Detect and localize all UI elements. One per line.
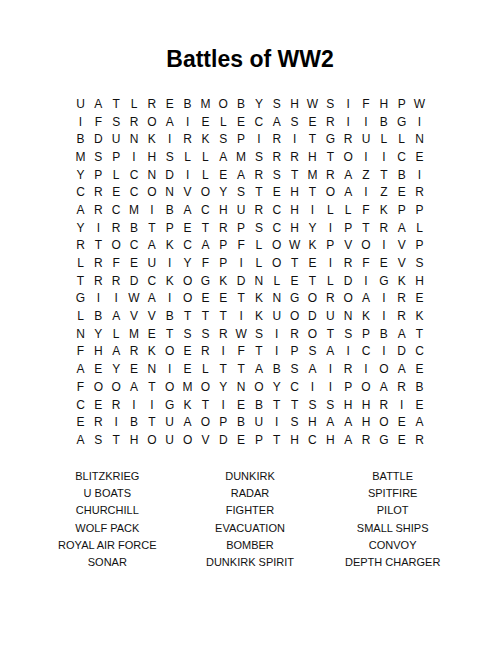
grid-cell-r19c12: I	[268, 413, 286, 431]
grid-cell-r1c8: M	[196, 95, 214, 113]
grid-cell-r14c9: R	[214, 325, 232, 343]
word-item: DUNKIRK SPIRIT	[179, 554, 322, 571]
grid-cell-r17c11: O	[250, 378, 268, 396]
grid-cell-r13c4: V	[125, 307, 143, 325]
grid-cell-r12c2: I	[89, 290, 107, 308]
grid-cell-r10c9: P	[214, 254, 232, 272]
grid-cell-r8c5: T	[143, 219, 161, 237]
word-item: SONAR	[36, 554, 179, 571]
grid-cell-r5c18: T	[375, 166, 393, 184]
grid-cell-r3c6: I	[161, 130, 179, 148]
grid-cell-r4c5: H	[143, 148, 161, 166]
grid-cell-r15c8: R	[196, 343, 214, 361]
grid-cell-r16c8: L	[196, 360, 214, 378]
grid-cell-r7c13: H	[286, 201, 304, 219]
grid-cell-r9c9: P	[214, 237, 232, 255]
grid-cell-r1c15: S	[321, 95, 339, 113]
grid-cell-r15c15: A	[321, 343, 339, 361]
grid-cell-r7c12: C	[268, 201, 286, 219]
grid-cell-r17c14: I	[304, 378, 322, 396]
grid-cell-r6c1: C	[72, 183, 90, 201]
grid-cell-r6c20: R	[411, 183, 429, 201]
grid-cell-r7c7: A	[179, 201, 197, 219]
grid-cell-r12c11: K	[250, 290, 268, 308]
grid-cell-r19c10: B	[232, 413, 250, 431]
grid-cell-r14c20: T	[411, 325, 429, 343]
grid-cell-r6c10: S	[232, 183, 250, 201]
grid-cell-r18c2: E	[89, 396, 107, 414]
grid-cell-r8c14: Y	[304, 219, 322, 237]
grid-cell-r6c3: E	[107, 183, 125, 201]
grid-cell-r15c10: F	[232, 343, 250, 361]
grid-cell-r1c19: P	[393, 95, 411, 113]
grid-cell-r4c15: T	[321, 148, 339, 166]
grid-cell-r16c17: I	[357, 360, 375, 378]
grid-cell-r20c17: R	[357, 431, 375, 449]
grid-cell-r8c17: T	[357, 219, 375, 237]
grid-cell-r16c16: R	[339, 360, 357, 378]
grid-cell-r18c13: T	[286, 396, 304, 414]
grid-cell-r12c7: O	[179, 290, 197, 308]
grid-cell-r20c15: H	[321, 431, 339, 449]
grid-cell-r10c5: U	[143, 254, 161, 272]
grid-cell-r15c12: I	[268, 343, 286, 361]
grid-cell-r14c7: S	[179, 325, 197, 343]
grid-cell-r15c7: E	[179, 343, 197, 361]
grid-cell-r9c12: O	[268, 237, 286, 255]
grid-cell-r1c20: W	[411, 95, 429, 113]
grid-cell-r19c9: P	[214, 413, 232, 431]
grid-cell-r5c6: D	[161, 166, 179, 184]
grid-cell-r2c6: A	[161, 113, 179, 131]
grid-cell-r3c14: T	[304, 130, 322, 148]
grid-cell-r16c9: T	[214, 360, 232, 378]
grid-cell-r8c1: Y	[72, 219, 90, 237]
grid-cell-r6c13: H	[286, 183, 304, 201]
grid-cell-r4c3: P	[107, 148, 125, 166]
grid-cell-r2c11: C	[250, 113, 268, 131]
grid-cell-r8c8: T	[196, 219, 214, 237]
grid-cell-r11c18: G	[375, 272, 393, 290]
grid-cell-r13c17: K	[357, 307, 375, 325]
grid-cell-r8c15: I	[321, 219, 339, 237]
grid-cell-r16c20: E	[411, 360, 429, 378]
grid-cell-r3c18: L	[375, 130, 393, 148]
grid-cell-r16c18: O	[375, 360, 393, 378]
word-item: CONVOY	[321, 537, 464, 554]
grid-cell-r12c5: A	[143, 290, 161, 308]
grid-cell-r4c13: R	[286, 148, 304, 166]
grid-cell-r2c13: S	[286, 113, 304, 131]
grid-cell-r13c13: O	[286, 307, 304, 325]
grid-cell-r17c7: M	[179, 378, 197, 396]
grid-cell-r17c6: O	[161, 378, 179, 396]
grid-cell-r8c3: R	[107, 219, 125, 237]
grid-cell-r4c7: L	[179, 148, 197, 166]
grid-cell-r17c1: F	[72, 378, 90, 396]
grid-cell-r10c14: E	[304, 254, 322, 272]
grid-cell-r15c13: P	[286, 343, 304, 361]
grid-cell-r5c13: T	[286, 166, 304, 184]
grid-cell-r6c12: E	[268, 183, 286, 201]
grid-cell-r10c4: E	[125, 254, 143, 272]
grid-cell-r2c2: F	[89, 113, 107, 131]
grid-cell-r11c5: C	[143, 272, 161, 290]
grid-cell-r20c2: S	[89, 431, 107, 449]
grid-cell-r19c19: E	[393, 413, 411, 431]
grid-cell-r15c1: F	[72, 343, 90, 361]
grid-cell-r1c17: F	[357, 95, 375, 113]
grid-cell-r2c10: E	[232, 113, 250, 131]
grid-cell-r20c5: O	[143, 431, 161, 449]
grid-cell-r11c9: K	[214, 272, 232, 290]
grid-cell-r2c19: G	[393, 113, 411, 131]
grid-cell-r20c12: T	[268, 431, 286, 449]
grid-cell-r2c1: I	[72, 113, 90, 131]
grid-cell-r7c16: L	[339, 201, 357, 219]
grid-cell-r3c11: I	[250, 130, 268, 148]
grid-cell-r17c12: Y	[268, 378, 286, 396]
grid-cell-r19c1: E	[72, 413, 90, 431]
grid-cell-r2c15: R	[321, 113, 339, 131]
grid-cell-r19c20: A	[411, 413, 429, 431]
grid-cell-r18c10: E	[232, 396, 250, 414]
grid-cell-r6c19: E	[393, 183, 411, 201]
grid-cell-r6c16: A	[339, 183, 357, 201]
grid-cell-r17c4: A	[125, 378, 143, 396]
grid-cell-r3c1: B	[72, 130, 90, 148]
grid-cell-r7c9: H	[214, 201, 232, 219]
grid-cell-r15c17: C	[357, 343, 375, 361]
grid-cell-r13c19: R	[393, 307, 411, 325]
grid-cell-r5c11: R	[250, 166, 268, 184]
letter-grid: UATLREBMOBYSHWSIFHPWIFSROAIELECASERIIBGI…	[72, 95, 429, 449]
grid-cell-r16c12: B	[268, 360, 286, 378]
grid-cell-r12c15: R	[321, 290, 339, 308]
grid-cell-r15c20: C	[411, 343, 429, 361]
grid-cell-r18c4: I	[125, 396, 143, 414]
grid-cell-r2c9: L	[214, 113, 232, 131]
grid-cell-r6c9: Y	[214, 183, 232, 201]
grid-cell-r4c2: S	[89, 148, 107, 166]
grid-cell-r3c16: R	[339, 130, 357, 148]
grid-cell-r11c14: T	[304, 272, 322, 290]
grid-cell-r9c14: K	[304, 237, 322, 255]
grid-cell-r12c12: N	[268, 290, 286, 308]
word-item: SMALL SHIPS	[321, 520, 464, 537]
grid-cell-r18c9: I	[214, 396, 232, 414]
grid-cell-r18c3: R	[107, 396, 125, 414]
grid-cell-r2c20: I	[411, 113, 429, 131]
grid-cell-r4c4: I	[125, 148, 143, 166]
grid-cell-r11c2: R	[89, 272, 107, 290]
grid-cell-r4c16: O	[339, 148, 357, 166]
grid-cell-r3c2: D	[89, 130, 107, 148]
grid-cell-r5c16: A	[339, 166, 357, 184]
grid-cell-r12c20: E	[411, 290, 429, 308]
grid-cell-r3c7: R	[179, 130, 197, 148]
grid-cell-r10c2: R	[89, 254, 107, 272]
grid-cell-r13c2: B	[89, 307, 107, 325]
grid-cell-r15c16: I	[339, 343, 357, 361]
grid-cell-r10c13: T	[286, 254, 304, 272]
grid-cell-r7c20: P	[411, 201, 429, 219]
grid-cell-r16c5: N	[143, 360, 161, 378]
grid-cell-r19c14: H	[304, 413, 322, 431]
grid-cell-r12c17: A	[357, 290, 375, 308]
grid-cell-r1c4: L	[125, 95, 143, 113]
grid-cell-r20c9: D	[214, 431, 232, 449]
grid-cell-r9c2: T	[89, 237, 107, 255]
grid-cell-r9c16: V	[339, 237, 357, 255]
grid-cell-r13c16: N	[339, 307, 357, 325]
word-item: DEPTH CHARGER	[321, 554, 464, 571]
grid-cell-r10c18: E	[375, 254, 393, 272]
grid-cell-r14c5: E	[143, 325, 161, 343]
word-item: BATTLE	[321, 468, 464, 485]
grid-cell-r13c15: U	[321, 307, 339, 325]
grid-cell-r16c14: A	[304, 360, 322, 378]
grid-cell-r5c8: L	[196, 166, 214, 184]
grid-cell-r12c3: I	[107, 290, 125, 308]
grid-cell-r1c2: A	[89, 95, 107, 113]
grid-cell-r8c7: E	[179, 219, 197, 237]
grid-cell-r9c5: A	[143, 237, 161, 255]
grid-cell-r10c20: S	[411, 254, 429, 272]
grid-cell-r18c19: I	[393, 396, 411, 414]
grid-cell-r9c7: C	[179, 237, 197, 255]
word-item: CHURCHILL	[36, 502, 179, 519]
grid-cell-r14c10: W	[232, 325, 250, 343]
grid-cell-r12c16: O	[339, 290, 357, 308]
grid-cell-r11c17: I	[357, 272, 375, 290]
grid-cell-r4c20: E	[411, 148, 429, 166]
word-item: FIGHTER	[179, 502, 322, 519]
grid-cell-r7c1: A	[72, 201, 90, 219]
grid-cell-r8c4: B	[125, 219, 143, 237]
grid-cell-r1c5: R	[143, 95, 161, 113]
grid-cell-r20c4: H	[125, 431, 143, 449]
grid-cell-r19c5: T	[143, 413, 161, 431]
grid-cell-r15c3: A	[107, 343, 125, 361]
grid-cell-r1c1: U	[72, 95, 90, 113]
grid-cell-r9c19: V	[393, 237, 411, 255]
grid-cell-r14c19: A	[393, 325, 411, 343]
grid-cell-r3c12: R	[268, 130, 286, 148]
grid-cell-r9c18: I	[375, 237, 393, 255]
grid-cell-r3c10: P	[232, 130, 250, 148]
grid-cell-r7c18: K	[375, 201, 393, 219]
grid-cell-r18c6: G	[161, 396, 179, 414]
grid-cell-r19c16: A	[339, 413, 357, 431]
grid-cell-r10c10: I	[232, 254, 250, 272]
grid-cell-r15c4: R	[125, 343, 143, 361]
grid-cell-r14c3: L	[107, 325, 125, 343]
grid-cell-r20c18: G	[375, 431, 393, 449]
grid-cell-r11c12: L	[268, 272, 286, 290]
grid-cell-r9c11: L	[250, 237, 268, 255]
grid-cell-r12c9: E	[214, 290, 232, 308]
grid-cell-r14c2: Y	[89, 325, 107, 343]
grid-cell-r9c8: A	[196, 237, 214, 255]
grid-cell-r5c5: N	[143, 166, 161, 184]
grid-cell-r20c11: P	[250, 431, 268, 449]
grid-cell-r14c18: B	[375, 325, 393, 343]
grid-cell-r9c4: C	[125, 237, 143, 255]
grid-cell-r11c10: D	[232, 272, 250, 290]
grid-cell-r20c16: A	[339, 431, 357, 449]
grid-cell-r8c11: S	[250, 219, 268, 237]
grid-cell-r8c13: H	[286, 219, 304, 237]
grid-cell-r9c6: K	[161, 237, 179, 255]
grid-cell-r5c12: S	[268, 166, 286, 184]
grid-cell-r17c2: O	[89, 378, 107, 396]
word-item: RADAR	[179, 485, 322, 502]
grid-cell-r18c18: R	[375, 396, 393, 414]
grid-cell-r8c2: I	[89, 219, 107, 237]
grid-cell-r18c5: I	[143, 396, 161, 414]
word-item: SPITFIRE	[321, 485, 464, 502]
grid-cell-r1c9: O	[214, 95, 232, 113]
grid-cell-r3c15: G	[321, 130, 339, 148]
grid-cell-r13c18: I	[375, 307, 393, 325]
grid-cell-r1c7: B	[179, 95, 197, 113]
word-item: U BOATS	[36, 485, 179, 502]
grid-cell-r14c14: O	[304, 325, 322, 343]
grid-cell-r14c8: S	[196, 325, 214, 343]
word-item: EVACUATION	[179, 520, 322, 537]
grid-cell-r4c1: M	[72, 148, 90, 166]
grid-cell-r4c11: S	[250, 148, 268, 166]
grid-cell-r2c18: B	[375, 113, 393, 131]
grid-cell-r9c17: O	[357, 237, 375, 255]
grid-cell-r12c10: T	[232, 290, 250, 308]
grid-cell-r15c11: T	[250, 343, 268, 361]
word-list-column-2: DUNKIRKRADARFIGHTEREVACUATIONBOMBERDUNKI…	[179, 468, 322, 571]
grid-cell-r9c10: F	[232, 237, 250, 255]
grid-cell-r10c12: O	[268, 254, 286, 272]
grid-cell-r18c11: B	[250, 396, 268, 414]
grid-cell-r6c2: R	[89, 183, 107, 201]
grid-cell-r5c15: R	[321, 166, 339, 184]
grid-cell-r18c1: C	[72, 396, 90, 414]
grid-cell-r12c4: W	[125, 290, 143, 308]
grid-cell-r6c15: O	[321, 183, 339, 201]
grid-cell-r17c15: I	[321, 378, 339, 396]
grid-cell-r13c14: D	[304, 307, 322, 325]
grid-cell-r13c7: T	[179, 307, 197, 325]
grid-cell-r4c12: R	[268, 148, 286, 166]
grid-cell-r17c3: O	[107, 378, 125, 396]
grid-cell-r17c10: N	[232, 378, 250, 396]
grid-cell-r14c4: M	[125, 325, 143, 343]
word-item: BOMBER	[179, 537, 322, 554]
grid-cell-r19c17: H	[357, 413, 375, 431]
grid-cell-r20c7: O	[179, 431, 197, 449]
grid-cell-r11c6: K	[161, 272, 179, 290]
grid-cell-r7c2: R	[89, 201, 107, 219]
grid-cell-r19c2: R	[89, 413, 107, 431]
grid-cell-r13c6: B	[161, 307, 179, 325]
grid-cell-r11c19: K	[393, 272, 411, 290]
grid-cell-r10c16: R	[339, 254, 357, 272]
grid-cell-r10c8: F	[196, 254, 214, 272]
grid-cell-r19c7: A	[179, 413, 197, 431]
grid-cell-r13c9: T	[214, 307, 232, 325]
grid-cell-r20c20: R	[411, 431, 429, 449]
grid-cell-r11c20: H	[411, 272, 429, 290]
grid-cell-r11c15: L	[321, 272, 339, 290]
grid-cell-r1c6: E	[161, 95, 179, 113]
grid-cell-r8c6: P	[161, 219, 179, 237]
grid-cell-r6c17: I	[357, 183, 375, 201]
word-list-column-1: BLITZKRIEGU BOATSCHURCHILLWOLF PACKROYAL…	[36, 468, 179, 571]
grid-cell-r11c11: N	[250, 272, 268, 290]
grid-cell-r14c13: R	[286, 325, 304, 343]
grid-cell-r17c13: C	[286, 378, 304, 396]
grid-cell-r18c14: S	[304, 396, 322, 414]
grid-cell-r16c11: A	[250, 360, 268, 378]
grid-cell-r20c14: C	[304, 431, 322, 449]
grid-cell-r12c6: I	[161, 290, 179, 308]
grid-cell-r10c11: L	[250, 254, 268, 272]
grid-cell-r19c11: U	[250, 413, 268, 431]
grid-cell-r10c19: V	[393, 254, 411, 272]
grid-cell-r17c20: B	[411, 378, 429, 396]
grid-cell-r2c3: S	[107, 113, 125, 131]
grid-cell-r6c4: C	[125, 183, 143, 201]
grid-cell-r7c6: B	[161, 201, 179, 219]
grid-cell-r19c6: U	[161, 413, 179, 431]
grid-cell-r1c13: H	[286, 95, 304, 113]
grid-cell-r10c15: I	[321, 254, 339, 272]
grid-cell-r6c18: Z	[375, 183, 393, 201]
grid-cell-r4c14: H	[304, 148, 322, 166]
grid-cell-r6c14: T	[304, 183, 322, 201]
grid-cell-r3c19: L	[393, 130, 411, 148]
grid-cell-r7c11: R	[250, 201, 268, 219]
grid-cell-r5c19: B	[393, 166, 411, 184]
grid-cell-r11c3: R	[107, 272, 125, 290]
grid-cell-r15c2: H	[89, 343, 107, 361]
grid-cell-r17c18: A	[375, 378, 393, 396]
grid-cell-r2c12: A	[268, 113, 286, 131]
grid-cell-r7c8: C	[196, 201, 214, 219]
grid-cell-r6c11: T	[250, 183, 268, 201]
grid-cell-r20c3: T	[107, 431, 125, 449]
grid-cell-r13c1: L	[72, 307, 90, 325]
grid-cell-r4c8: L	[196, 148, 214, 166]
grid-cell-r12c19: R	[393, 290, 411, 308]
grid-cell-r3c4: N	[125, 130, 143, 148]
grid-cell-r2c14: E	[304, 113, 322, 131]
grid-cell-r3c20: N	[411, 130, 429, 148]
grid-cell-r3c3: U	[107, 130, 125, 148]
grid-cell-r13c10: I	[232, 307, 250, 325]
grid-cell-r11c13: E	[286, 272, 304, 290]
grid-cell-r8c20: L	[411, 219, 429, 237]
grid-cell-r7c15: L	[321, 201, 339, 219]
grid-cell-r7c14: I	[304, 201, 322, 219]
grid-cell-r8c18: R	[375, 219, 393, 237]
grid-cell-r7c19: P	[393, 201, 411, 219]
grid-cell-r18c17: H	[357, 396, 375, 414]
grid-cell-r7c3: C	[107, 201, 125, 219]
grid-cell-r1c3: T	[107, 95, 125, 113]
grid-cell-r13c5: V	[143, 307, 161, 325]
grid-cell-r19c13: S	[286, 413, 304, 431]
grid-cell-r16c4: E	[125, 360, 143, 378]
